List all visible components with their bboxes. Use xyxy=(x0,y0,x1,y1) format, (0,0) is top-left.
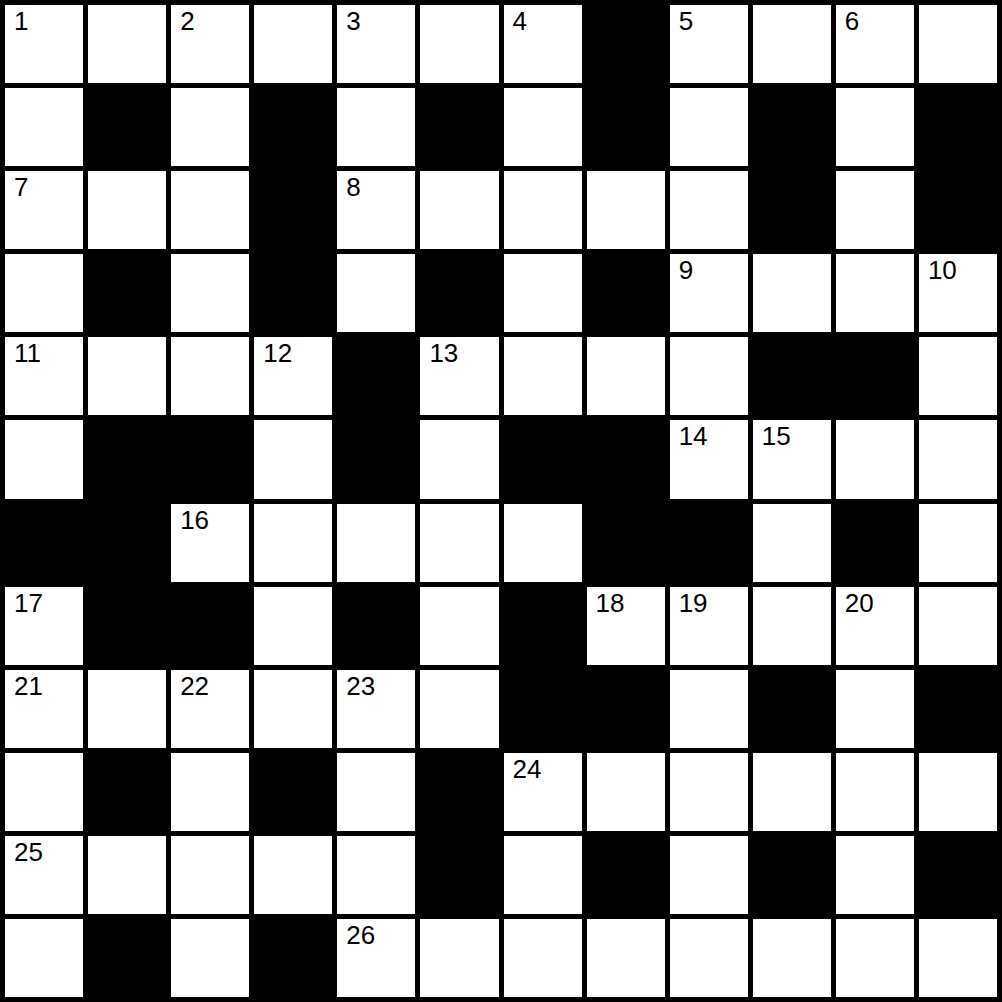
cell-r7c8[interactable]: 19 xyxy=(670,587,748,665)
cell-r6c8 xyxy=(670,504,748,582)
cell-r3c1 xyxy=(88,254,166,332)
cell-r0c6[interactable]: 4 xyxy=(504,5,582,83)
cell-r10c4[interactable] xyxy=(337,836,415,914)
clue-number-7: 7 xyxy=(14,173,28,202)
cell-r2c11 xyxy=(919,171,997,249)
cell-r4c6[interactable] xyxy=(504,337,582,415)
cell-r2c3 xyxy=(254,171,332,249)
cell-r10c8[interactable] xyxy=(670,836,748,914)
cell-r0c1[interactable] xyxy=(88,5,166,83)
cell-r8c6 xyxy=(504,670,582,748)
cell-r10c6[interactable] xyxy=(504,836,582,914)
cell-r1c10[interactable] xyxy=(836,88,914,166)
cell-r0c11[interactable] xyxy=(919,5,997,83)
cell-r6c1 xyxy=(88,504,166,582)
clue-number-15: 15 xyxy=(762,422,791,451)
clue-number-18: 18 xyxy=(596,589,625,618)
cell-r10c11 xyxy=(919,836,997,914)
cell-r0c3[interactable] xyxy=(254,5,332,83)
cell-r3c0[interactable] xyxy=(5,254,83,332)
cell-r11c3 xyxy=(254,919,332,997)
cell-r4c2[interactable] xyxy=(171,337,249,415)
cell-r2c6[interactable] xyxy=(504,171,582,249)
cell-r6c10 xyxy=(836,504,914,582)
cell-r6c4[interactable] xyxy=(337,504,415,582)
cell-r1c1 xyxy=(88,88,166,166)
cell-r5c9[interactable]: 15 xyxy=(753,420,831,498)
cell-r8c3[interactable] xyxy=(254,670,332,748)
cell-r1c3 xyxy=(254,88,332,166)
clue-number-16: 16 xyxy=(180,506,209,535)
cell-r5c10[interactable] xyxy=(836,420,914,498)
clue-number-10: 10 xyxy=(928,256,957,285)
cell-r3c6[interactable] xyxy=(504,254,582,332)
cell-r2c9 xyxy=(753,171,831,249)
cell-r4c9 xyxy=(753,337,831,415)
cell-r2c10[interactable] xyxy=(836,171,914,249)
cell-r11c8[interactable] xyxy=(670,919,748,997)
cell-r2c2[interactable] xyxy=(171,171,249,249)
clue-number-13: 13 xyxy=(429,339,458,368)
cell-r5c3[interactable] xyxy=(254,420,332,498)
cell-r5c11[interactable] xyxy=(919,420,997,498)
cell-r9c6[interactable]: 24 xyxy=(504,753,582,831)
cell-r0c9[interactable] xyxy=(753,5,831,83)
cell-r2c7[interactable] xyxy=(587,171,665,249)
cell-r5c4 xyxy=(337,420,415,498)
clue-number-14: 14 xyxy=(679,422,708,451)
cell-r5c7 xyxy=(587,420,665,498)
clue-number-2: 2 xyxy=(180,7,194,36)
cell-r9c8[interactable] xyxy=(670,753,748,831)
cell-r5c8[interactable]: 14 xyxy=(670,420,748,498)
cell-r8c7 xyxy=(587,670,665,748)
cell-r3c10[interactable] xyxy=(836,254,914,332)
cell-r0c4[interactable]: 3 xyxy=(337,5,415,83)
cell-r8c9 xyxy=(753,670,831,748)
cell-r9c3 xyxy=(254,753,332,831)
cell-r0c8[interactable]: 5 xyxy=(670,5,748,83)
cell-r4c3[interactable]: 12 xyxy=(254,337,332,415)
clue-number-23: 23 xyxy=(346,672,375,701)
cell-r3c4[interactable] xyxy=(337,254,415,332)
cell-r11c2[interactable] xyxy=(171,919,249,997)
cell-r4c0[interactable]: 11 xyxy=(5,337,83,415)
cell-r8c4[interactable]: 23 xyxy=(337,670,415,748)
cell-r9c10[interactable] xyxy=(836,753,914,831)
clue-number-5: 5 xyxy=(679,7,693,36)
cell-r9c1 xyxy=(88,753,166,831)
cell-r10c3[interactable] xyxy=(254,836,332,914)
cell-r7c3[interactable] xyxy=(254,587,332,665)
cell-r3c3 xyxy=(254,254,332,332)
cell-r1c2[interactable] xyxy=(171,88,249,166)
cell-r4c1[interactable] xyxy=(88,337,166,415)
cell-r4c8[interactable] xyxy=(670,337,748,415)
cell-r9c2[interactable] xyxy=(171,753,249,831)
cell-r2c1[interactable] xyxy=(88,171,166,249)
cell-r10c9 xyxy=(753,836,831,914)
cell-r0c2[interactable]: 2 xyxy=(171,5,249,83)
cell-r5c5[interactable] xyxy=(420,420,498,498)
cell-r5c1 xyxy=(88,420,166,498)
cell-r4c4 xyxy=(337,337,415,415)
clue-number-19: 19 xyxy=(679,589,708,618)
clue-number-3: 3 xyxy=(346,7,360,36)
cell-r6c11[interactable] xyxy=(919,504,997,582)
cell-r1c5 xyxy=(420,88,498,166)
clue-number-21: 21 xyxy=(14,672,43,701)
cell-r1c4[interactable] xyxy=(337,88,415,166)
cell-r2c0[interactable]: 7 xyxy=(5,171,83,249)
cell-r9c11[interactable] xyxy=(919,753,997,831)
cell-r0c7 xyxy=(587,5,665,83)
cell-r1c8[interactable] xyxy=(670,88,748,166)
cell-r6c3[interactable] xyxy=(254,504,332,582)
cell-r10c0[interactable]: 25 xyxy=(5,836,83,914)
cell-r9c5 xyxy=(420,753,498,831)
cell-r1c7 xyxy=(587,88,665,166)
cell-r0c10[interactable]: 6 xyxy=(836,5,914,83)
cell-r7c1 xyxy=(88,587,166,665)
clue-number-1: 1 xyxy=(14,7,28,36)
cell-r6c6[interactable] xyxy=(504,504,582,582)
cell-r9c9[interactable] xyxy=(753,753,831,831)
cell-r2c5[interactable] xyxy=(420,171,498,249)
cell-r8c8[interactable] xyxy=(670,670,748,748)
clue-number-11: 11 xyxy=(14,339,41,368)
cell-r7c7[interactable]: 18 xyxy=(587,587,665,665)
cell-r11c1 xyxy=(88,919,166,997)
cell-r7c2 xyxy=(171,587,249,665)
cell-r10c7 xyxy=(587,836,665,914)
cell-r4c10 xyxy=(836,337,914,415)
cell-r10c2[interactable] xyxy=(171,836,249,914)
cell-r8c1[interactable] xyxy=(88,670,166,748)
clue-number-22: 22 xyxy=(180,672,209,701)
cell-r9c7[interactable] xyxy=(587,753,665,831)
cell-r3c5 xyxy=(420,254,498,332)
clue-number-20: 20 xyxy=(845,589,874,618)
cell-r3c2[interactable] xyxy=(171,254,249,332)
cell-r11c4[interactable]: 26 xyxy=(337,919,415,997)
cell-r0c5[interactable] xyxy=(420,5,498,83)
cell-r11c9[interactable] xyxy=(753,919,831,997)
cell-r7c5[interactable] xyxy=(420,587,498,665)
cell-r4c7[interactable] xyxy=(587,337,665,415)
cell-r6c0 xyxy=(5,504,83,582)
cell-r8c0[interactable]: 21 xyxy=(5,670,83,748)
clue-number-9: 9 xyxy=(679,256,693,285)
cell-r6c5[interactable] xyxy=(420,504,498,582)
cell-r7c9[interactable] xyxy=(753,587,831,665)
cell-r5c2 xyxy=(171,420,249,498)
cell-r10c1[interactable] xyxy=(88,836,166,914)
cell-r11c0[interactable] xyxy=(5,919,83,997)
cell-r7c6 xyxy=(504,587,582,665)
cell-r6c2[interactable]: 16 xyxy=(171,504,249,582)
clue-number-6: 6 xyxy=(845,7,859,36)
cell-r1c9 xyxy=(753,88,831,166)
crossword-board: 1234567891011121314151617181920212223242… xyxy=(0,0,1002,1002)
cell-r2c4[interactable]: 8 xyxy=(337,171,415,249)
cell-r4c11[interactable] xyxy=(919,337,997,415)
cell-r7c11[interactable] xyxy=(919,587,997,665)
cell-r1c6[interactable] xyxy=(504,88,582,166)
cell-r8c11 xyxy=(919,670,997,748)
cell-r4c5[interactable]: 13 xyxy=(420,337,498,415)
cell-r1c11 xyxy=(919,88,997,166)
cell-r11c11[interactable] xyxy=(919,919,997,997)
cell-r11c6[interactable] xyxy=(504,919,582,997)
clue-number-8: 8 xyxy=(346,173,360,202)
cell-r11c5[interactable] xyxy=(420,919,498,997)
cell-r7c10[interactable]: 20 xyxy=(836,587,914,665)
clue-number-17: 17 xyxy=(14,589,43,618)
cell-r9c4[interactable] xyxy=(337,753,415,831)
cell-r11c10[interactable] xyxy=(836,919,914,997)
cell-r1c0[interactable] xyxy=(5,88,83,166)
cell-r5c6 xyxy=(504,420,582,498)
cell-r11c7[interactable] xyxy=(587,919,665,997)
clue-number-25: 25 xyxy=(14,838,43,867)
cell-r10c10[interactable] xyxy=(836,836,914,914)
cell-r7c0[interactable]: 17 xyxy=(5,587,83,665)
cell-r3c9[interactable] xyxy=(753,254,831,332)
cell-r6c9[interactable] xyxy=(753,504,831,582)
cell-r3c8[interactable]: 9 xyxy=(670,254,748,332)
cell-r8c10[interactable] xyxy=(836,670,914,748)
cell-r2c8[interactable] xyxy=(670,171,748,249)
cell-r8c2[interactable]: 22 xyxy=(171,670,249,748)
clue-number-26: 26 xyxy=(346,921,375,950)
cell-r3c11[interactable]: 10 xyxy=(919,254,997,332)
cell-r0c0[interactable]: 1 xyxy=(5,5,83,83)
cell-r3c7 xyxy=(587,254,665,332)
clue-number-24: 24 xyxy=(513,755,542,784)
cell-r5c0[interactable] xyxy=(5,420,83,498)
cell-r8c5[interactable] xyxy=(420,670,498,748)
cell-r10c5 xyxy=(420,836,498,914)
clue-number-4: 4 xyxy=(513,7,527,36)
cell-r6c7 xyxy=(587,504,665,582)
cell-r7c4 xyxy=(337,587,415,665)
clue-number-12: 12 xyxy=(263,339,292,368)
cell-r9c0[interactable] xyxy=(5,753,83,831)
